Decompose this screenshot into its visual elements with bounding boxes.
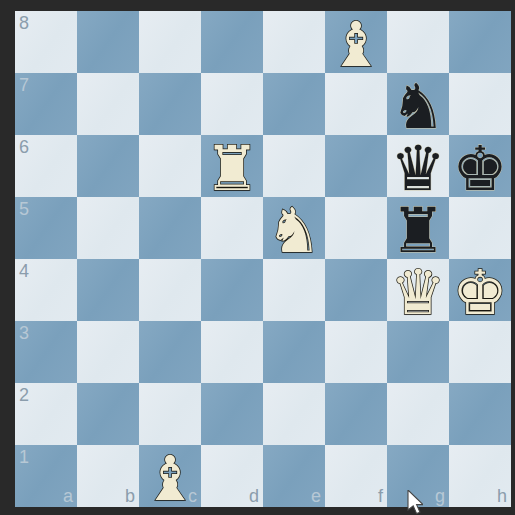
square-a7[interactable]: 7: [15, 73, 77, 135]
square-h4[interactable]: ♚: [449, 259, 511, 321]
piece-white-rook-d6[interactable]: ♜: [204, 138, 260, 200]
chess-app-window: { "game": "chess", "position": "5B2/6n1/…: [0, 0, 515, 515]
piece-white-knight-e5[interactable]: ♞: [266, 200, 322, 262]
square-b4[interactable]: [77, 259, 139, 321]
square-f6[interactable]: [325, 135, 387, 197]
square-d1[interactable]: d: [201, 445, 263, 507]
square-a5[interactable]: 5: [15, 197, 77, 259]
file-label-a: a: [63, 487, 73, 505]
square-a4[interactable]: 4: [15, 259, 77, 321]
square-f3[interactable]: [325, 321, 387, 383]
square-e5[interactable]: ♞: [263, 197, 325, 259]
file-label-g: g: [435, 487, 445, 505]
rank-label-1: 1: [19, 448, 29, 466]
square-e2[interactable]: [263, 383, 325, 445]
rank-label-8: 8: [19, 14, 29, 32]
square-g2[interactable]: [387, 383, 449, 445]
square-c1[interactable]: c♝: [139, 445, 201, 507]
file-label-h: h: [497, 487, 507, 505]
square-g1[interactable]: g: [387, 445, 449, 507]
square-d8[interactable]: [201, 11, 263, 73]
file-label-d: d: [249, 487, 259, 505]
rank-label-3: 3: [19, 324, 29, 342]
square-b2[interactable]: [77, 383, 139, 445]
square-a1[interactable]: 1a: [15, 445, 77, 507]
square-c7[interactable]: [139, 73, 201, 135]
square-e4[interactable]: [263, 259, 325, 321]
file-label-e: e: [311, 487, 321, 505]
square-c4[interactable]: [139, 259, 201, 321]
square-e7[interactable]: [263, 73, 325, 135]
square-g8[interactable]: [387, 11, 449, 73]
square-d2[interactable]: [201, 383, 263, 445]
square-f8[interactable]: ♝: [325, 11, 387, 73]
square-a6[interactable]: 6: [15, 135, 77, 197]
square-b8[interactable]: [77, 11, 139, 73]
square-e3[interactable]: [263, 321, 325, 383]
square-g5[interactable]: ♜: [387, 197, 449, 259]
square-d6[interactable]: ♜: [201, 135, 263, 197]
square-f5[interactable]: [325, 197, 387, 259]
square-d5[interactable]: [201, 197, 263, 259]
square-f4[interactable]: [325, 259, 387, 321]
square-e8[interactable]: [263, 11, 325, 73]
square-g6[interactable]: ♛: [387, 135, 449, 197]
square-d3[interactable]: [201, 321, 263, 383]
square-b7[interactable]: [77, 73, 139, 135]
piece-black-king-h6[interactable]: ♚: [452, 138, 508, 200]
square-a2[interactable]: 2: [15, 383, 77, 445]
square-d7[interactable]: [201, 73, 263, 135]
square-e6[interactable]: [263, 135, 325, 197]
square-c5[interactable]: [139, 197, 201, 259]
square-f2[interactable]: [325, 383, 387, 445]
rank-label-6: 6: [19, 138, 29, 156]
square-c6[interactable]: [139, 135, 201, 197]
square-h7[interactable]: [449, 73, 511, 135]
rank-label-4: 4: [19, 262, 29, 280]
square-b6[interactable]: [77, 135, 139, 197]
square-h2[interactable]: [449, 383, 511, 445]
square-d4[interactable]: [201, 259, 263, 321]
piece-black-rook-g5[interactable]: ♜: [390, 200, 446, 262]
square-b1[interactable]: b: [77, 445, 139, 507]
square-h6[interactable]: ♚: [449, 135, 511, 197]
file-label-b: b: [125, 487, 135, 505]
square-b3[interactable]: [77, 321, 139, 383]
rank-label-2: 2: [19, 386, 29, 404]
square-a8[interactable]: 8: [15, 11, 77, 73]
square-g7[interactable]: ♞: [387, 73, 449, 135]
square-h8[interactable]: [449, 11, 511, 73]
square-h5[interactable]: [449, 197, 511, 259]
square-f7[interactable]: [325, 73, 387, 135]
square-c8[interactable]: [139, 11, 201, 73]
piece-black-queen-g6[interactable]: ♛: [390, 138, 446, 200]
piece-white-bishop-c1[interactable]: ♝: [142, 448, 198, 510]
piece-white-bishop-f8[interactable]: ♝: [328, 14, 384, 76]
square-c2[interactable]: [139, 383, 201, 445]
square-h1[interactable]: h: [449, 445, 511, 507]
square-b5[interactable]: [77, 197, 139, 259]
file-label-f: f: [378, 487, 383, 505]
square-a3[interactable]: 3: [15, 321, 77, 383]
square-g4[interactable]: ♛: [387, 259, 449, 321]
square-g3[interactable]: [387, 321, 449, 383]
square-h3[interactable]: [449, 321, 511, 383]
piece-white-queen-g4[interactable]: ♛: [390, 262, 446, 324]
square-f1[interactable]: f: [325, 445, 387, 507]
piece-white-king-h4[interactable]: ♚: [452, 262, 508, 324]
chess-board[interactable]: 8♝7♞6♜♛♚5♞♜4♛♚321abc♝defgh: [15, 11, 511, 507]
square-c3[interactable]: [139, 321, 201, 383]
square-e1[interactable]: e: [263, 445, 325, 507]
rank-label-7: 7: [19, 76, 29, 94]
piece-black-knight-g7[interactable]: ♞: [390, 76, 446, 138]
rank-label-5: 5: [19, 200, 29, 218]
